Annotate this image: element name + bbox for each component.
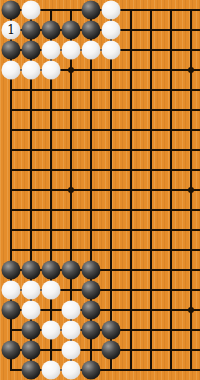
intersection[interactable] <box>81 60 101 80</box>
white-stone <box>42 41 61 60</box>
intersection[interactable] <box>141 60 161 80</box>
intersection[interactable] <box>61 240 81 260</box>
intersection[interactable] <box>1 120 21 140</box>
intersection[interactable] <box>161 140 181 160</box>
intersection[interactable] <box>141 280 161 300</box>
intersection[interactable] <box>81 140 101 160</box>
white-stone <box>42 321 61 340</box>
hoshi-star-point <box>68 67 74 73</box>
intersection[interactable] <box>181 40 200 60</box>
intersection[interactable] <box>41 0 61 20</box>
intersection[interactable] <box>141 200 161 220</box>
white-stone <box>82 41 101 60</box>
intersection[interactable] <box>101 140 121 160</box>
black-stone <box>82 321 101 340</box>
intersection[interactable] <box>161 20 181 40</box>
white-stone <box>42 61 61 80</box>
intersection[interactable] <box>161 120 181 140</box>
black-stone <box>82 261 101 280</box>
intersection[interactable] <box>121 140 141 160</box>
intersection[interactable] <box>141 300 161 320</box>
intersection[interactable] <box>1 160 21 180</box>
intersection[interactable] <box>1 360 21 380</box>
intersection[interactable] <box>121 0 141 20</box>
intersection[interactable] <box>41 300 61 320</box>
intersection[interactable] <box>121 120 141 140</box>
white-stone <box>22 301 41 320</box>
intersection[interactable] <box>161 360 181 380</box>
intersection[interactable] <box>121 20 141 40</box>
white-stone <box>42 281 61 300</box>
white-stone <box>2 61 21 80</box>
intersection[interactable] <box>1 100 21 120</box>
intersection[interactable] <box>61 140 81 160</box>
intersection[interactable] <box>81 160 101 180</box>
intersection[interactable] <box>61 200 81 220</box>
white-stone <box>62 301 81 320</box>
intersection[interactable] <box>41 220 61 240</box>
intersection[interactable] <box>161 180 181 200</box>
black-stone <box>62 21 81 40</box>
intersection[interactable] <box>121 100 141 120</box>
black-stone <box>22 21 41 40</box>
black-stone <box>2 1 21 20</box>
intersection[interactable] <box>141 360 161 380</box>
intersection[interactable] <box>1 180 21 200</box>
intersection[interactable] <box>141 20 161 40</box>
white-stone <box>62 321 81 340</box>
intersection[interactable] <box>21 80 41 100</box>
intersection[interactable] <box>141 220 161 240</box>
intersection[interactable] <box>21 100 41 120</box>
intersection[interactable] <box>141 0 161 20</box>
intersection[interactable] <box>101 280 121 300</box>
black-stone <box>2 341 21 360</box>
intersection[interactable] <box>161 320 181 340</box>
black-stone <box>42 261 61 280</box>
intersection[interactable] <box>181 120 200 140</box>
intersection[interactable] <box>141 140 161 160</box>
white-stone <box>2 281 21 300</box>
intersection[interactable] <box>81 100 101 120</box>
move-number-label: 1 <box>7 21 15 40</box>
hoshi-star-point <box>188 67 194 73</box>
intersection[interactable] <box>181 0 200 20</box>
intersection[interactable] <box>101 200 121 220</box>
black-stone <box>22 341 41 360</box>
intersection[interactable] <box>81 240 101 260</box>
intersection[interactable] <box>41 140 61 160</box>
intersection[interactable] <box>1 220 21 240</box>
goban-board: 1 <box>0 0 200 380</box>
black-stone <box>22 321 41 340</box>
intersection[interactable] <box>141 120 161 140</box>
intersection[interactable] <box>41 340 61 360</box>
intersection[interactable] <box>181 240 200 260</box>
intersection[interactable] <box>141 180 161 200</box>
intersection[interactable] <box>121 340 141 360</box>
intersection[interactable] <box>1 80 21 100</box>
intersection[interactable] <box>161 60 181 80</box>
intersection[interactable] <box>21 180 41 200</box>
intersection[interactable] <box>121 260 141 280</box>
intersection[interactable] <box>121 160 141 180</box>
intersection[interactable] <box>121 280 141 300</box>
intersection[interactable] <box>181 360 200 380</box>
black-stone <box>62 261 81 280</box>
intersection[interactable] <box>121 300 141 320</box>
intersection[interactable] <box>41 200 61 220</box>
intersection[interactable] <box>141 340 161 360</box>
black-stone <box>22 261 41 280</box>
intersection[interactable] <box>1 200 21 220</box>
intersection[interactable] <box>1 320 21 340</box>
intersection[interactable] <box>81 180 101 200</box>
black-stone <box>82 301 101 320</box>
intersection[interactable] <box>121 220 141 240</box>
intersection[interactable] <box>121 180 141 200</box>
white-stone <box>102 21 121 40</box>
intersection[interactable] <box>141 320 161 340</box>
intersection[interactable] <box>161 80 181 100</box>
intersection[interactable] <box>81 200 101 220</box>
intersection[interactable] <box>101 360 121 380</box>
black-stone <box>82 1 101 20</box>
intersection[interactable] <box>81 120 101 140</box>
intersection[interactable] <box>101 120 121 140</box>
intersection[interactable] <box>121 320 141 340</box>
intersection[interactable] <box>161 160 181 180</box>
black-stone <box>22 41 41 60</box>
black-stone <box>2 41 21 60</box>
intersection[interactable] <box>181 160 200 180</box>
intersection[interactable] <box>41 180 61 200</box>
black-stone <box>22 361 41 380</box>
intersection[interactable] <box>121 240 141 260</box>
intersection[interactable] <box>121 60 141 80</box>
intersection[interactable] <box>41 240 61 260</box>
intersection[interactable] <box>141 160 161 180</box>
intersection[interactable] <box>101 180 121 200</box>
intersection[interactable] <box>101 80 121 100</box>
white-stone <box>102 41 121 60</box>
intersection[interactable] <box>161 200 181 220</box>
black-stone <box>82 21 101 40</box>
intersection[interactable] <box>21 120 41 140</box>
hoshi-star-point <box>188 307 194 313</box>
black-stone <box>102 321 121 340</box>
intersection[interactable] <box>21 160 41 180</box>
intersection[interactable] <box>161 220 181 240</box>
intersection[interactable] <box>61 120 81 140</box>
intersection[interactable] <box>181 340 200 360</box>
white-stone: 1 <box>2 21 21 40</box>
white-stone <box>22 1 41 20</box>
white-stone <box>62 361 81 380</box>
intersection[interactable] <box>161 240 181 260</box>
intersection[interactable] <box>81 340 101 360</box>
black-stone <box>102 341 121 360</box>
intersection[interactable] <box>181 260 200 280</box>
intersection[interactable] <box>1 140 21 160</box>
intersection[interactable] <box>21 240 41 260</box>
intersection[interactable] <box>21 140 41 160</box>
intersection[interactable] <box>41 80 61 100</box>
intersection[interactable] <box>161 100 181 120</box>
intersection[interactable] <box>141 240 161 260</box>
intersection[interactable] <box>141 100 161 120</box>
hoshi-star-point <box>68 187 74 193</box>
intersection[interactable] <box>21 200 41 220</box>
intersection[interactable] <box>101 160 121 180</box>
intersection[interactable] <box>181 280 200 300</box>
intersection[interactable] <box>61 280 81 300</box>
intersection[interactable] <box>21 220 41 240</box>
intersection[interactable] <box>101 240 121 260</box>
intersection[interactable] <box>101 300 121 320</box>
intersection[interactable] <box>161 300 181 320</box>
white-stone <box>42 361 61 380</box>
hoshi-star-point <box>188 187 194 193</box>
intersection[interactable] <box>161 280 181 300</box>
intersection[interactable] <box>161 340 181 360</box>
intersection[interactable] <box>181 80 200 100</box>
black-stone <box>2 301 21 320</box>
intersection[interactable] <box>41 160 61 180</box>
intersection[interactable] <box>181 140 200 160</box>
white-stone <box>62 341 81 360</box>
intersection[interactable] <box>101 220 121 240</box>
intersection[interactable] <box>81 220 101 240</box>
intersection[interactable] <box>181 200 200 220</box>
intersection[interactable] <box>121 360 141 380</box>
white-stone <box>62 41 81 60</box>
black-stone <box>82 361 101 380</box>
white-stone <box>22 61 41 80</box>
intersection[interactable] <box>141 80 161 100</box>
black-stone <box>42 21 61 40</box>
black-stone <box>82 281 101 300</box>
intersection[interactable] <box>181 20 200 40</box>
intersection[interactable] <box>101 60 121 80</box>
intersection[interactable] <box>61 80 81 100</box>
intersection[interactable] <box>161 260 181 280</box>
intersection[interactable] <box>181 220 200 240</box>
intersection[interactable] <box>61 160 81 180</box>
intersection[interactable] <box>161 40 181 60</box>
intersection[interactable] <box>161 0 181 20</box>
white-stone <box>102 1 121 20</box>
intersection[interactable] <box>141 260 161 280</box>
intersection[interactable] <box>121 200 141 220</box>
black-stone <box>2 261 21 280</box>
intersection[interactable] <box>61 100 81 120</box>
screenshot-stage: 1 <box>0 0 200 380</box>
intersection[interactable] <box>121 40 141 60</box>
intersection[interactable] <box>81 80 101 100</box>
white-stone <box>22 281 41 300</box>
intersection[interactable] <box>61 220 81 240</box>
intersection[interactable] <box>1 240 21 260</box>
intersection[interactable] <box>141 40 161 60</box>
intersection[interactable] <box>101 260 121 280</box>
intersection[interactable] <box>181 100 200 120</box>
intersection[interactable] <box>61 0 81 20</box>
intersection[interactable] <box>101 100 121 120</box>
intersection[interactable] <box>41 100 61 120</box>
intersection[interactable] <box>121 80 141 100</box>
intersection[interactable] <box>181 320 200 340</box>
intersection[interactable] <box>41 120 61 140</box>
